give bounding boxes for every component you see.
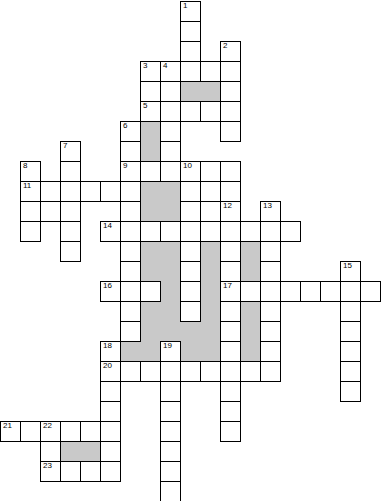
cell-r8c6: 9 [120, 161, 141, 182]
cell-r21c3 [60, 421, 81, 442]
clue-number-9: 9 [123, 162, 127, 170]
cell-r21c11 [220, 421, 241, 442]
cell-r21c8 [160, 421, 181, 442]
cell-r14c7 [140, 281, 161, 302]
shaded-cell-r14c8 [160, 281, 181, 302]
clue-number-18: 18 [103, 342, 112, 350]
cell-r9c11 [220, 181, 241, 202]
cell-r7c3: 7 [60, 141, 81, 162]
cell-r4c11 [220, 81, 241, 102]
shaded-cell-r13c7 [140, 261, 161, 282]
clue-number-23: 23 [43, 462, 52, 470]
cell-r23c3 [60, 461, 81, 482]
cell-r11c1 [20, 221, 41, 242]
cell-r20c11 [220, 401, 241, 422]
cell-r15c17 [340, 301, 361, 322]
cell-r9c6 [120, 181, 141, 202]
clue-number-15: 15 [343, 262, 352, 270]
cell-r22c8 [160, 441, 181, 462]
cell-r17c13 [260, 341, 281, 362]
clue-number-2: 2 [223, 42, 227, 50]
clue-number-14: 14 [103, 222, 112, 230]
shaded-cell-r4c9 [180, 81, 201, 102]
cell-r16c13 [260, 321, 281, 342]
shaded-cell-r12c7 [140, 241, 161, 262]
cell-r22c2 [40, 441, 61, 462]
clue-number-20: 20 [103, 362, 112, 370]
clue-number-19: 19 [163, 342, 172, 350]
cell-r14c9 [180, 281, 201, 302]
cell-r18c11 [220, 361, 241, 382]
cell-r14c13 [260, 281, 281, 302]
cell-r9c10 [200, 181, 221, 202]
cell-r14c11: 17 [220, 281, 241, 302]
clue-number-16: 16 [103, 282, 112, 290]
cell-r16c6 [120, 321, 141, 342]
clue-number-6: 6 [123, 122, 127, 130]
cell-r24c8 [160, 481, 181, 501]
shaded-cell-r9c8 [160, 181, 181, 202]
cell-r2c11: 2 [220, 41, 241, 62]
cell-r10c2 [40, 201, 61, 222]
clue-number-8: 8 [23, 162, 27, 170]
cell-r6c11 [220, 121, 241, 142]
cell-r11c14 [280, 221, 301, 242]
cell-r8c9: 10 [180, 161, 201, 182]
shaded-cell-r12c12 [240, 241, 261, 262]
clue-number-21: 21 [3, 422, 12, 430]
cell-r9c5 [100, 181, 121, 202]
cell-r15c11 [220, 301, 241, 322]
shaded-cell-r17c12 [240, 341, 261, 362]
shaded-cell-r22c4 [80, 441, 101, 462]
cell-r6c8 [160, 121, 181, 142]
cell-r13c13 [260, 261, 281, 282]
cell-r15c6 [120, 301, 141, 322]
cell-r5c11 [220, 101, 241, 122]
cell-r19c8 [160, 381, 181, 402]
clue-number-10: 10 [183, 162, 192, 170]
cell-r0c9: 1 [180, 1, 201, 22]
cell-r14c5: 16 [100, 281, 121, 302]
cell-r18c6 [120, 361, 141, 382]
cell-r14c16 [320, 281, 341, 302]
cell-r16c17 [340, 321, 361, 342]
cell-r20c8 [160, 401, 181, 422]
clue-number-11: 11 [23, 182, 31, 190]
cell-r6c6: 6 [120, 121, 141, 142]
cell-r12c13 [260, 241, 281, 262]
clue-number-13: 13 [263, 202, 272, 210]
cell-r11c3 [60, 221, 81, 242]
cell-r11c11 [220, 221, 241, 242]
cell-r3c8: 4 [160, 61, 181, 82]
cell-r17c5: 18 [100, 341, 121, 362]
shaded-cell-r6c7 [140, 121, 161, 142]
cell-r10c13: 13 [260, 201, 281, 222]
shaded-cell-r17c6 [120, 341, 141, 362]
cell-r3c7: 3 [140, 61, 161, 82]
cell-r18c5: 20 [100, 361, 121, 382]
shaded-cell-r7c7 [140, 141, 161, 162]
clue-number-4: 4 [163, 62, 167, 70]
cell-r21c5 [100, 421, 121, 442]
shaded-cell-r16c10 [200, 321, 221, 342]
cell-r16c11 [220, 321, 241, 342]
clue-number-22: 22 [43, 422, 52, 430]
shaded-cell-r22c3 [60, 441, 81, 462]
cell-r11c10 [200, 221, 221, 242]
cell-r10c3 [60, 201, 81, 222]
cell-r10c11: 12 [220, 201, 241, 222]
shaded-cell-r12c10 [200, 241, 221, 262]
cell-r1c9 [180, 21, 201, 42]
cell-r14c17 [340, 281, 361, 302]
shaded-cell-r15c7 [140, 301, 161, 322]
shaded-cell-r16c8 [160, 321, 181, 342]
cell-r8c10 [200, 161, 221, 182]
shaded-cell-r10c8 [160, 201, 181, 222]
shaded-cell-r17c7 [140, 341, 161, 362]
cell-r12c3 [60, 241, 81, 262]
cell-r17c11 [220, 341, 241, 362]
cell-r14c12 [240, 281, 261, 302]
cell-r2c9 [180, 41, 201, 62]
cell-r9c9 [180, 181, 201, 202]
shaded-cell-r13c8 [160, 261, 181, 282]
cell-r14c18 [360, 281, 381, 302]
cell-r18c7 [140, 361, 161, 382]
cell-r8c7 [140, 161, 161, 182]
shaded-cell-r12c8 [160, 241, 181, 262]
cell-r11c5: 14 [100, 221, 121, 242]
cell-r9c4 [80, 181, 101, 202]
cell-r18c8 [160, 361, 181, 382]
shaded-cell-r16c9 [180, 321, 201, 342]
cell-r11c12 [240, 221, 261, 242]
cell-r21c0: 21 [0, 421, 21, 442]
cell-r18c17 [340, 361, 361, 382]
clue-number-5: 5 [143, 102, 147, 110]
cell-r3c9 [180, 61, 201, 82]
shaded-cell-r10c7 [140, 201, 161, 222]
cell-r18c13 [260, 361, 281, 382]
shaded-cell-r14c10 [200, 281, 221, 302]
cell-r13c9 [180, 261, 201, 282]
cell-r13c17: 15 [340, 261, 361, 282]
cell-r8c3 [60, 161, 81, 182]
shaded-cell-r17c9 [180, 341, 201, 362]
cell-r11c8 [160, 221, 181, 242]
cell-r14c15 [300, 281, 321, 302]
cell-r11c13 [260, 221, 281, 242]
cell-r17c17 [340, 341, 361, 362]
cell-r3c11 [220, 61, 241, 82]
cell-r11c7 [140, 221, 161, 242]
cell-r9c2 [40, 181, 61, 202]
clue-number-3: 3 [143, 62, 147, 70]
cell-r5c7: 5 [140, 101, 161, 122]
cell-r23c5 [100, 461, 121, 482]
cell-r23c4 [80, 461, 101, 482]
cell-r4c8 [160, 81, 181, 102]
cell-r9c3 [60, 181, 81, 202]
shaded-cell-r15c10 [200, 301, 221, 322]
cell-r11c6 [120, 221, 141, 242]
cell-r4c7 [140, 81, 161, 102]
shaded-cell-r16c7 [140, 321, 161, 342]
cell-r12c9 [180, 241, 201, 262]
cell-r23c8 [160, 461, 181, 482]
cell-r19c5 [100, 381, 121, 402]
cell-r9c1: 11 [20, 181, 41, 202]
cell-r18c10 [200, 361, 221, 382]
cell-r17c8: 19 [160, 341, 181, 362]
cell-r3c10 [200, 61, 221, 82]
cell-r21c4 [80, 421, 101, 442]
cell-r19c11 [220, 381, 241, 402]
cell-r14c14 [280, 281, 301, 302]
cell-r5c10 [200, 101, 221, 122]
cell-r8c8 [160, 161, 181, 182]
cell-r18c9 [180, 361, 201, 382]
clue-number-7: 7 [63, 142, 67, 150]
cell-r11c9 [180, 221, 201, 242]
cell-r10c6 [120, 201, 141, 222]
shaded-cell-r16c12 [240, 321, 261, 342]
shaded-cell-r15c8 [160, 301, 181, 322]
cell-r10c9 [180, 201, 201, 222]
shaded-cell-r13c12 [240, 261, 261, 282]
cell-r22c5 [100, 441, 121, 462]
cell-r12c11 [220, 241, 241, 262]
shaded-cell-r15c12 [240, 301, 261, 322]
cell-r7c8 [160, 141, 181, 162]
cell-r20c5 [100, 401, 121, 422]
cell-r21c2: 22 [40, 421, 61, 442]
crossword-board: 1234567891011121314151617181920212223 [0, 0, 381, 501]
cell-r8c1: 8 [20, 161, 41, 182]
cell-r5c8 [160, 101, 181, 122]
shaded-cell-r13c10 [200, 261, 221, 282]
cell-r7c6 [120, 141, 141, 162]
cell-r15c9 [180, 301, 201, 322]
shaded-cell-r17c10 [200, 341, 221, 362]
cell-r8c11 [220, 161, 241, 182]
clue-number-1: 1 [183, 2, 187, 10]
cell-r12c6 [120, 241, 141, 262]
cell-r13c6 [120, 261, 141, 282]
cell-r15c13 [260, 301, 281, 322]
clue-number-12: 12 [223, 202, 232, 210]
shaded-cell-r9c7 [140, 181, 161, 202]
cell-r23c2: 23 [40, 461, 61, 482]
cell-r13c11 [220, 261, 241, 282]
clue-number-17: 17 [223, 282, 232, 290]
cell-r5c9 [180, 101, 201, 122]
cell-r10c1 [20, 201, 41, 222]
shaded-cell-r4c10 [200, 81, 221, 102]
cell-r21c1 [20, 421, 41, 442]
cell-r14c6 [120, 281, 141, 302]
cell-r18c12 [240, 361, 261, 382]
cell-r19c17 [340, 381, 361, 402]
